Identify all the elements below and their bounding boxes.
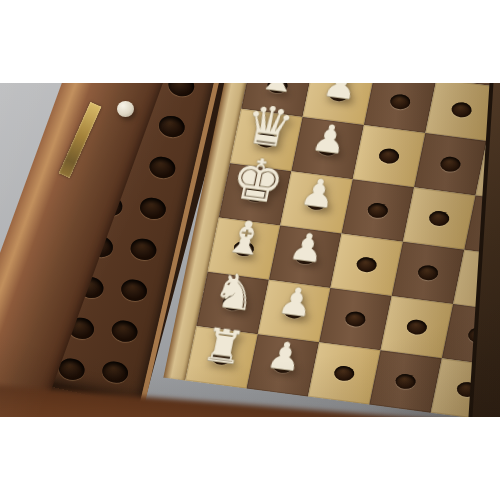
tray-hole-7-2: [110, 318, 140, 344]
piece-white-pawn-d2[interactable]: ♟: [309, 118, 350, 159]
square-h1[interactable]: ♜: [185, 326, 258, 388]
square-g2[interactable]: ♟: [258, 280, 331, 342]
square-g4[interactable]: [381, 296, 454, 358]
piece-white-bishop-f1[interactable]: ♝: [221, 212, 271, 262]
peg-hole-c4: [450, 101, 473, 118]
peg-hole-g3: [344, 311, 367, 328]
tray-hole-3-2: [147, 154, 177, 180]
letterbox-top: [0, 0, 500, 83]
square-h4[interactable]: [369, 350, 442, 412]
peg-hole-e3: [366, 202, 389, 219]
square-d3[interactable]: [353, 125, 426, 187]
square-f2[interactable]: ♟: [269, 226, 342, 288]
square-f4[interactable]: [392, 242, 465, 304]
peg-hole-h4: [394, 373, 417, 390]
peg-hole-c3: [389, 93, 412, 110]
square-e4[interactable]: [403, 187, 476, 249]
square-h3[interactable]: [308, 342, 381, 404]
piece-white-rook-h1[interactable]: ♜: [199, 321, 249, 371]
square-e3[interactable]: [342, 179, 415, 241]
spare-pawn-ball[interactable]: [117, 101, 134, 117]
piece-white-king-e1[interactable]: ♚: [227, 148, 290, 211]
tray-hole-2-2: [157, 113, 187, 139]
piece-white-knight-g1[interactable]: ♞: [209, 265, 261, 317]
piece-white-pawn-h2[interactable]: ♟: [264, 335, 305, 376]
peg-hole-f4: [417, 264, 440, 281]
peg-hole-d3: [378, 148, 401, 165]
tray-hole-8-2: [100, 359, 130, 385]
square-d4[interactable]: [414, 133, 487, 195]
peg-hole-d4: [439, 156, 462, 173]
tray-hole-6-2: [119, 277, 149, 303]
piece-white-pawn-e2[interactable]: ♟: [298, 172, 339, 213]
square-e2[interactable]: ♟: [280, 171, 353, 233]
tray-hole-5-2: [128, 236, 158, 262]
tray-hole-4-2: [138, 195, 168, 221]
square-d2[interactable]: ♟: [291, 117, 364, 179]
tray-hole-1-2: [166, 83, 196, 99]
piece-white-pawn-g2[interactable]: ♟: [275, 281, 316, 322]
piece-white-pawn-c2[interactable]: ♟: [320, 83, 361, 105]
peg-hole-g4: [405, 319, 428, 336]
peg-hole-h3: [333, 365, 356, 382]
letterbox-bottom: [0, 417, 500, 500]
piece-white-pawn-f2[interactable]: ♟: [287, 226, 328, 267]
chess-set-photo: ♝♟♛♟♚♟♝♟♞♟♜♟: [0, 83, 500, 417]
square-h2[interactable]: ♟: [247, 334, 320, 396]
square-f3[interactable]: [330, 234, 403, 296]
square-g3[interactable]: [319, 288, 392, 350]
peg-hole-e4: [428, 210, 451, 227]
chess-board: ♝♟♛♟♚♟♝♟♞♟♜♟: [163, 83, 500, 417]
peg-hole-f3: [355, 256, 378, 273]
